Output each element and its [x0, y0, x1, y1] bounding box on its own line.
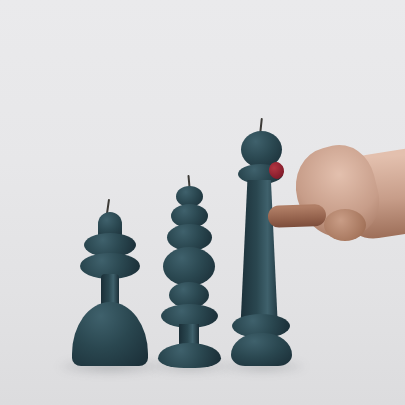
hand: [0, 0, 405, 405]
photo-stage: Three sculptural dark-teal candles shape…: [0, 0, 405, 405]
ring-finger: [268, 204, 327, 228]
pinky-knuckle: [324, 209, 366, 241]
